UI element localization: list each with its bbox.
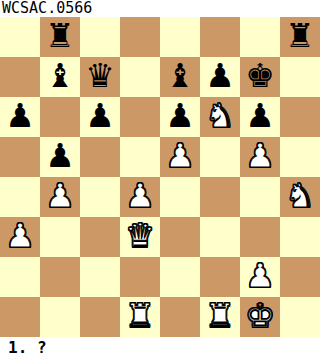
square-h7[interactable] — [280, 57, 320, 97]
piece-black-king: ♚ — [245, 57, 275, 96]
piece-white-rook: ♜ — [205, 297, 235, 336]
square-e6[interactable]: ♟ — [160, 97, 200, 137]
piece-white-pawn: ♟ — [165, 137, 195, 176]
square-h8[interactable]: ♜ — [280, 17, 320, 57]
square-c7[interactable]: ♛ — [80, 57, 120, 97]
square-h5[interactable] — [280, 137, 320, 177]
square-h3[interactable] — [280, 217, 320, 257]
piece-black-pawn: ♟ — [5, 97, 35, 136]
square-d6[interactable] — [120, 97, 160, 137]
square-f1[interactable]: ♜ — [200, 297, 240, 337]
square-a8[interactable] — [0, 17, 40, 57]
square-b6[interactable] — [40, 97, 80, 137]
square-f8[interactable] — [200, 17, 240, 57]
square-c6[interactable]: ♟ — [80, 97, 120, 137]
square-f2[interactable] — [200, 257, 240, 297]
square-c2[interactable] — [80, 257, 120, 297]
square-b1[interactable] — [40, 297, 80, 337]
piece-black-pawn: ♟ — [165, 97, 195, 136]
square-h1[interactable] — [280, 297, 320, 337]
square-b3[interactable] — [40, 217, 80, 257]
square-d8[interactable] — [120, 17, 160, 57]
piece-white-knight: ♞ — [205, 97, 235, 136]
square-g2[interactable]: ♟ — [240, 257, 280, 297]
square-c4[interactable] — [80, 177, 120, 217]
piece-white-pawn: ♟ — [125, 177, 155, 216]
square-c1[interactable] — [80, 297, 120, 337]
square-d7[interactable] — [120, 57, 160, 97]
square-e5[interactable]: ♟ — [160, 137, 200, 177]
chess-board: ♜♜♝♛♝♟♚♟♟♟♞♟♟♟♟♟♟♞♟♛♟♜♜♚ — [0, 17, 320, 337]
square-g5[interactable]: ♟ — [240, 137, 280, 177]
square-a1[interactable] — [0, 297, 40, 337]
piece-black-pawn: ♟ — [205, 57, 235, 96]
square-h2[interactable] — [280, 257, 320, 297]
square-h4[interactable]: ♞ — [280, 177, 320, 217]
piece-black-bishop: ♝ — [165, 57, 195, 96]
square-h6[interactable] — [280, 97, 320, 137]
square-g8[interactable] — [240, 17, 280, 57]
piece-black-pawn: ♟ — [245, 97, 275, 136]
square-a6[interactable]: ♟ — [0, 97, 40, 137]
piece-white-king: ♚ — [245, 297, 275, 336]
square-e1[interactable] — [160, 297, 200, 337]
square-f7[interactable]: ♟ — [200, 57, 240, 97]
square-g7[interactable]: ♚ — [240, 57, 280, 97]
square-b4[interactable]: ♟ — [40, 177, 80, 217]
square-f6[interactable]: ♞ — [200, 97, 240, 137]
square-f5[interactable] — [200, 137, 240, 177]
square-g1[interactable]: ♚ — [240, 297, 280, 337]
move-prompt: 1. ? — [8, 337, 47, 360]
square-e3[interactable] — [160, 217, 200, 257]
square-a4[interactable] — [0, 177, 40, 217]
square-a2[interactable] — [0, 257, 40, 297]
piece-black-pawn: ♟ — [45, 137, 75, 176]
square-f3[interactable] — [200, 217, 240, 257]
piece-white-pawn: ♟ — [5, 217, 35, 256]
square-d2[interactable] — [120, 257, 160, 297]
square-b7[interactable]: ♝ — [40, 57, 80, 97]
square-e4[interactable] — [160, 177, 200, 217]
piece-black-pawn: ♟ — [85, 97, 115, 136]
square-b5[interactable]: ♟ — [40, 137, 80, 177]
square-a3[interactable]: ♟ — [0, 217, 40, 257]
square-e7[interactable]: ♝ — [160, 57, 200, 97]
square-c3[interactable] — [80, 217, 120, 257]
square-e8[interactable] — [160, 17, 200, 57]
square-d1[interactable]: ♜ — [120, 297, 160, 337]
piece-white-knight: ♞ — [285, 177, 315, 216]
piece-black-bishop: ♝ — [45, 57, 75, 96]
square-g6[interactable]: ♟ — [240, 97, 280, 137]
chess-program-window: WCSAC.0566 ♜♜♝♛♝♟♚♟♟♟♞♟♟♟♟♟♟♞♟♛♟♜♜♚ 1. ? — [0, 0, 320, 360]
square-b8[interactable]: ♜ — [40, 17, 80, 57]
square-b2[interactable] — [40, 257, 80, 297]
square-g4[interactable] — [240, 177, 280, 217]
square-g3[interactable] — [240, 217, 280, 257]
square-c5[interactable] — [80, 137, 120, 177]
piece-white-rook: ♜ — [125, 297, 155, 336]
square-a7[interactable] — [0, 57, 40, 97]
square-c8[interactable] — [80, 17, 120, 57]
square-d5[interactable] — [120, 137, 160, 177]
square-a5[interactable] — [0, 137, 40, 177]
square-e2[interactable] — [160, 257, 200, 297]
piece-white-pawn: ♟ — [245, 257, 275, 296]
square-d4[interactable]: ♟ — [120, 177, 160, 217]
square-f4[interactable] — [200, 177, 240, 217]
piece-white-pawn: ♟ — [245, 137, 275, 176]
piece-white-queen: ♛ — [125, 217, 155, 256]
piece-black-rook: ♜ — [285, 17, 315, 56]
piece-black-queen: ♛ — [85, 57, 115, 96]
piece-white-pawn: ♟ — [45, 177, 75, 216]
piece-black-rook: ♜ — [45, 17, 75, 56]
puzzle-id: WCSAC.0566 — [2, 0, 92, 17]
square-d3[interactable]: ♛ — [120, 217, 160, 257]
